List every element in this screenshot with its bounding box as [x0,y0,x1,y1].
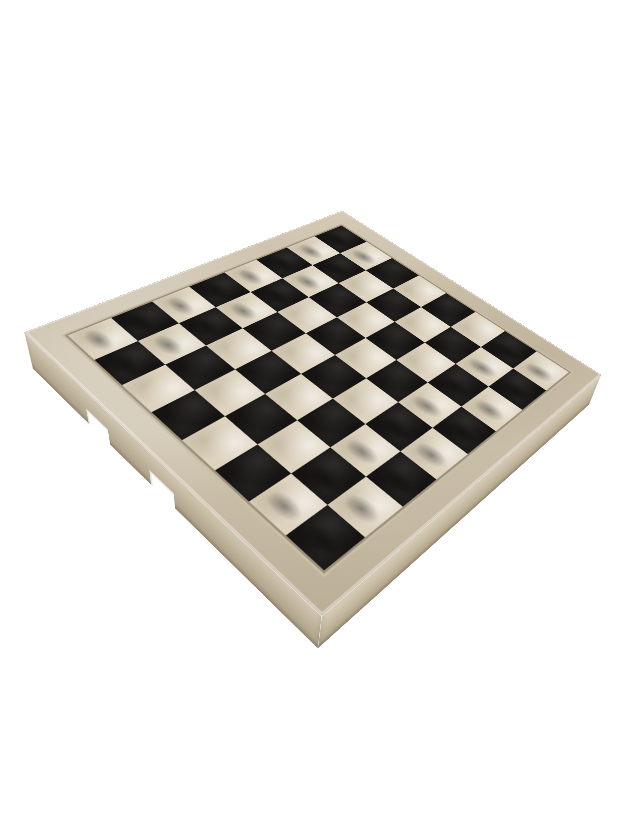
piece-white-rook[interactable]: ♜ [296,450,348,543]
chess-board-box: ♜♟♟♜♞♟♟♞♝♟♟♝♚♟♟♚♛♟♟♛♝♟♟♝♞♟♟♞♜♟♟♜ [24,211,601,616]
perspective-wrap: ♜♟♟♜♞♟♟♞♝♟♟♝♚♟♟♚♛♟♟♛♝♟♟♝♞♟♟♞♜♟♟♜ [93,113,578,598]
piece-black-pawn[interactable]: ♟ [191,269,225,329]
box-notch-2 [149,470,175,509]
piece-black-pawn[interactable]: ♟ [151,284,186,347]
photo-canvas: ♜♟♟♜♞♟♟♞♝♟♟♝♚♟♟♚♛♟♟♛♝♟♟♝♞♟♟♞♜♟♟♜ [0,0,620,827]
camera-tilt: ♜♟♟♜♞♟♟♞♝♟♟♝♚♟♟♚♛♟♟♛♝♟♟♝♞♟♟♞♜♟♟♜ [0,0,620,827]
box-notch-1 [86,408,110,445]
piece-black-pawn[interactable]: ♟ [108,301,145,367]
